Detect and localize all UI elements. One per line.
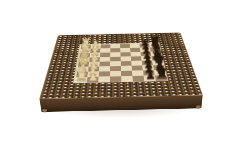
square-c2: ♟ — [90, 53, 101, 58]
square-h1: ♜ — [75, 77, 87, 83]
square-h2: ♟ — [87, 77, 99, 83]
chess-board: ♜♟♟♜♞♟♟♞♝♟♟♝♛♟♟♛♚♟♟♚♝♟♟♝♞♟♟♞♜♟♟♜ — [39, 33, 203, 100]
board-foot-left — [42, 109, 47, 112]
piece-wP-d2: ♟ — [89, 52, 99, 62]
square-h3 — [98, 77, 110, 83]
piece-bR-a8: ♜ — [149, 35, 161, 47]
square-d6 — [131, 56, 142, 61]
board-foot-right — [196, 105, 201, 108]
playing-area: ♜♟♟♜♞♟♟♞♝♟♟♝♛♟♟♛♚♟♟♚♝♟♟♝♞♟♟♞♜♟♟♜ — [73, 42, 168, 83]
square-h4 — [110, 76, 122, 82]
square-g7: ♟ — [143, 70, 155, 75]
square-d1: ♛ — [79, 57, 90, 62]
piece-wP-a2: ♟ — [91, 40, 100, 49]
board-grid: ♜♟♟♜♞♟♟♞♝♟♟♝♛♟♟♛♚♟♟♚♝♟♟♝♞♟♟♞♜♟♟♜ — [75, 43, 166, 83]
square-e3 — [99, 62, 110, 67]
square-f7: ♟ — [142, 65, 154, 70]
scene: ♜♟♟♜♞♟♟♞♝♟♟♝♛♟♟♛♚♟♟♚♝♟♟♝♞♟♟♞♜♟♟♜ — [0, 0, 240, 150]
square-g5 — [121, 71, 132, 76]
square-h7: ♟ — [144, 75, 156, 81]
square-d4 — [110, 57, 121, 62]
product-photo: ♜♟♟♜♞♟♟♞♝♟♟♝♛♟♟♛♚♟♟♚♝♟♟♝♞♟♟♞♜♟♟♜ — [0, 0, 240, 150]
piece-bB-f8: ♝ — [152, 57, 166, 70]
square-d2: ♟ — [89, 57, 100, 62]
board-apron — [39, 95, 202, 112]
piece-bP-a7: ♟ — [140, 38, 149, 47]
square-h8: ♜ — [155, 75, 167, 81]
square-g2: ♟ — [87, 72, 99, 77]
square-f2: ♟ — [88, 67, 99, 72]
square-f3 — [99, 66, 110, 71]
square-f5 — [121, 66, 132, 71]
square-h5 — [121, 76, 133, 82]
square-f1: ♝ — [77, 67, 89, 72]
square-h6 — [132, 76, 144, 82]
